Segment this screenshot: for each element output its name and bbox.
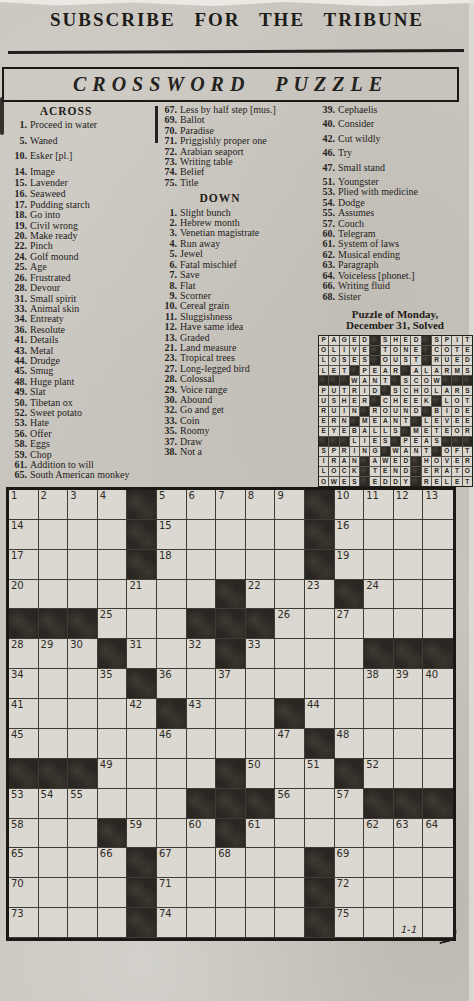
clue-text: Tropical trees	[180, 352, 235, 363]
solved-letter-cell: T	[340, 386, 349, 395]
grid-cell[interactable]	[364, 550, 394, 580]
grid-cell[interactable]: 10	[335, 490, 365, 520]
solved-letter-cell: O	[319, 477, 328, 486]
grid-cell[interactable]: 42	[127, 699, 157, 729]
grid-cell[interactable]	[216, 550, 246, 580]
grid-cell[interactable]: 9	[275, 490, 305, 520]
grid-cell[interactable]: 11	[364, 490, 394, 520]
grid-cell[interactable]	[335, 699, 365, 729]
grid-cell[interactable]	[127, 729, 157, 759]
cell-number: 74	[159, 908, 172, 920]
grid-cell[interactable]	[394, 848, 424, 878]
grid-cell[interactable]: 19	[335, 550, 365, 580]
grid-cell[interactable]	[364, 729, 394, 759]
grid-cell[interactable]	[39, 550, 69, 580]
cell-number: 14	[11, 520, 24, 532]
grid-cell[interactable]: 27	[335, 609, 365, 639]
clue-text: South American monkey	[30, 469, 129, 480]
grid-cell[interactable]: 71	[157, 878, 187, 908]
solved-letter-cell: E	[432, 477, 441, 486]
solved-letter-cell: S	[432, 437, 441, 446]
cell-number: 21	[129, 580, 142, 592]
clue-text: Paradise	[180, 125, 214, 136]
cell-number: 67	[159, 848, 172, 860]
black-cell	[275, 699, 305, 729]
grid-cell[interactable]: 47	[275, 729, 305, 759]
solved-letter-cell: R	[391, 366, 400, 375]
solved-letter-cell: O	[329, 356, 338, 365]
solved-letter-cell: S	[381, 437, 390, 446]
grid-cell[interactable]: 17	[9, 550, 39, 580]
grid-cell[interactable]	[68, 878, 98, 908]
solved-letter-cell: S	[329, 396, 338, 405]
grid-cell[interactable]: 1-1	[394, 908, 424, 938]
grid-cell[interactable]: 58	[9, 819, 39, 849]
solved-letter-cell: E	[370, 477, 379, 486]
cell-number: 3	[70, 490, 76, 502]
grid-cell[interactable]: 8	[246, 490, 276, 520]
grid-cell[interactable]: 24	[364, 580, 394, 610]
grid-cell[interactable]	[275, 848, 305, 878]
clue-item: 32.Go and get	[155, 405, 313, 415]
grid-cell[interactable]: 56	[275, 789, 305, 819]
clue-item: 67.Less by half step [mus.]	[155, 105, 313, 115]
grid-cell[interactable]	[216, 699, 246, 729]
grid-cell[interactable]: 40	[423, 669, 453, 699]
solved-letter-cell: C	[432, 346, 441, 355]
grid-cell[interactable]: 72	[335, 878, 365, 908]
grid-cell[interactable]	[364, 908, 394, 938]
grid-cell[interactable]	[187, 848, 217, 878]
cell-number: 23	[307, 580, 320, 592]
grid-cell[interactable]	[39, 669, 69, 699]
grid-cell[interactable]	[98, 520, 128, 550]
grid-cell[interactable]	[305, 639, 335, 669]
cell-number: 40	[425, 669, 438, 681]
grid-cell[interactable]	[275, 639, 305, 669]
cell-number: 58	[11, 819, 24, 831]
solved-letter-cell: B	[350, 427, 359, 436]
grid-cell[interactable]	[68, 699, 98, 729]
clue-text: Arabian seaport	[180, 146, 244, 157]
clue-item: 27.Long-legged bird	[155, 364, 313, 374]
solved-letter-cell: P	[442, 336, 451, 345]
grid-cell[interactable]: 14	[9, 520, 39, 550]
grid-cell[interactable]	[98, 729, 128, 759]
cell-number: 55	[70, 789, 83, 801]
solved-black-cell	[463, 376, 472, 385]
grid-cell[interactable]: 75	[335, 908, 365, 938]
solved-letter-cell: S	[463, 366, 472, 375]
clue-number: 7.	[155, 270, 177, 280]
solved-letter-cell: S	[319, 447, 328, 456]
solved-black-cell	[360, 477, 369, 486]
grid-cell[interactable]	[187, 520, 217, 550]
grid-cell[interactable]: 5	[157, 490, 187, 520]
solved-letter-cell: R	[463, 457, 472, 466]
solved-letter-cell: H	[391, 336, 400, 345]
grid-cell[interactable]: 53	[9, 789, 39, 819]
grid-cell[interactable]	[364, 520, 394, 550]
grid-cell[interactable]	[127, 759, 157, 789]
solved-letter-cell: H	[340, 396, 349, 405]
grid-cell[interactable]	[157, 609, 187, 639]
grid-cell[interactable]	[187, 669, 217, 699]
grid-cell[interactable]: 2	[39, 490, 69, 520]
cell-number: 27	[337, 609, 350, 621]
grid-cell[interactable]: 50	[246, 759, 276, 789]
grid-cell[interactable]: 48	[335, 729, 365, 759]
grid-cell[interactable]	[246, 878, 276, 908]
grid-cell[interactable]: 70	[9, 878, 39, 908]
grid-cell[interactable]	[98, 878, 128, 908]
solved-letter-cell: U	[442, 356, 451, 365]
solved-letter-cell: N	[401, 346, 410, 355]
grid-cell[interactable]	[394, 609, 424, 639]
grid-cell[interactable]	[246, 848, 276, 878]
grid-cell[interactable]: 4	[98, 490, 128, 520]
grid-cell[interactable]	[39, 908, 69, 938]
grid-cell[interactable]	[68, 580, 98, 610]
grid-cell[interactable]	[394, 699, 424, 729]
grid-cell[interactable]	[364, 609, 394, 639]
grid-cell[interactable]	[275, 908, 305, 938]
grid-cell[interactable]	[394, 580, 424, 610]
cell-number: 64	[425, 819, 438, 831]
solved-letter-cell: A	[360, 427, 369, 436]
solved-letter-cell: T	[422, 447, 431, 456]
grid-cell[interactable]: 13	[423, 490, 453, 520]
cell-number: 51	[307, 759, 320, 771]
grid-cell[interactable]	[98, 789, 128, 819]
solved-letter-cell: P	[401, 437, 410, 446]
grid-cell[interactable]: 32	[187, 639, 217, 669]
grid-cell[interactable]	[423, 699, 453, 729]
grid-cell[interactable]	[423, 550, 453, 580]
grid-cell[interactable]	[275, 819, 305, 849]
grid-cell[interactable]: 33	[246, 639, 276, 669]
grid-cell[interactable]	[39, 580, 69, 610]
clue-text: Writing table	[180, 156, 233, 167]
grid-cell[interactable]	[394, 520, 424, 550]
grid-cell[interactable]	[187, 759, 217, 789]
across-clue-list-cont: 67.Less by half step [mus.]69.Ballot70.P…	[155, 105, 313, 188]
solved-letter-cell: O	[319, 346, 328, 355]
clue-item: 33.Animal skin	[5, 304, 155, 314]
grid-cell[interactable]	[187, 580, 217, 610]
solved-letter-cell: E	[452, 477, 461, 486]
grid-cell[interactable]: 73	[9, 908, 39, 938]
grid-cell[interactable]: 35	[98, 669, 128, 699]
cell-number: 1	[11, 490, 17, 502]
grid-cell[interactable]: 38	[364, 669, 394, 699]
cell-number: 52	[366, 759, 379, 771]
masthead: SUBSCRIBE FOR THE TRIBUNE	[0, 9, 474, 31]
cell-number: 9	[277, 490, 283, 502]
cell-number: 37	[218, 669, 231, 681]
grid-cell[interactable]	[246, 550, 276, 580]
grid-cell[interactable]	[394, 550, 424, 580]
solved-letter-cell: N	[350, 457, 359, 466]
grid-cell[interactable]	[275, 580, 305, 610]
grid-cell[interactable]	[187, 908, 217, 938]
grid-cell[interactable]: 28	[9, 639, 39, 669]
solved-grid: PAGEDSHEDSPITOLIVETONECOTELOSESOUSTRUEDL…	[318, 335, 473, 487]
solved-letter-cell: E	[411, 346, 420, 355]
grid-cell[interactable]: 3	[68, 490, 98, 520]
grid-cell[interactable]	[394, 729, 424, 759]
grid-cell[interactable]	[68, 848, 98, 878]
grid-cell[interactable]: 49	[98, 759, 128, 789]
solved-black-cell	[411, 477, 420, 486]
grid-cell[interactable]	[394, 759, 424, 789]
grid-cell[interactable]	[187, 878, 217, 908]
grid-cell[interactable]	[216, 520, 246, 550]
grid-cell[interactable]	[39, 878, 69, 908]
grid-cell[interactable]	[39, 848, 69, 878]
grid-cell[interactable]	[98, 908, 128, 938]
grid-cell[interactable]	[246, 729, 276, 759]
grid-cell[interactable]: 46	[157, 729, 187, 759]
grid-cell[interactable]: 44	[305, 699, 335, 729]
grid-cell[interactable]: 1	[9, 490, 39, 520]
clue-number: 49.	[5, 387, 27, 397]
grid-cell[interactable]	[246, 699, 276, 729]
grid-cell[interactable]	[39, 729, 69, 759]
grid-cell[interactable]: 20	[9, 580, 39, 610]
grid-cell[interactable]	[98, 580, 128, 610]
solved-letter-cell: L	[319, 467, 328, 476]
grid-cell[interactable]	[364, 848, 394, 878]
clue-item: 17.Pudding starch	[5, 200, 155, 210]
grid-cell[interactable]: 61	[246, 819, 276, 849]
grid-cell[interactable]: 67	[157, 848, 187, 878]
grid-cell[interactable]	[68, 908, 98, 938]
grid-cell[interactable]: 30	[68, 639, 98, 669]
solved-letter-cell: S	[463, 386, 472, 395]
grid-cell[interactable]: 43	[187, 699, 217, 729]
grid-cell[interactable]: 64	[423, 819, 453, 849]
grid-cell[interactable]	[157, 759, 187, 789]
grid-cell[interactable]	[187, 729, 217, 759]
grid-cell[interactable]: 66	[98, 848, 128, 878]
crossword-title: CROSSWORD PUZZLE	[73, 73, 388, 96]
grid-cell[interactable]	[423, 848, 453, 878]
grid-cell[interactable]: 25	[98, 609, 128, 639]
clue-text: Couch	[338, 218, 364, 229]
solved-letter-cell: R	[432, 356, 441, 365]
grid-cell[interactable]: 26	[275, 609, 305, 639]
grid-cell[interactable]	[394, 878, 424, 908]
solved-letter-cell: M	[452, 366, 461, 375]
grid-cell[interactable]: 52	[364, 759, 394, 789]
grid-cell[interactable]: 6	[187, 490, 217, 520]
clue-item: 35.Roomy	[155, 426, 313, 436]
solved-black-cell	[391, 376, 400, 385]
solved-black-cell	[340, 376, 349, 385]
grid-cell[interactable]	[39, 699, 69, 729]
grid-cell[interactable]: 12	[394, 490, 424, 520]
clue-text: Try	[338, 147, 352, 158]
date-mark: 1-1	[394, 924, 423, 935]
solved-letter-cell: I	[319, 457, 328, 466]
grid-cell[interactable]: 16	[335, 520, 365, 550]
grid-cell[interactable]	[39, 819, 69, 849]
clue-text: Ballot	[180, 114, 204, 125]
grid-cell[interactable]: 34	[9, 669, 39, 699]
grid-cell[interactable]	[275, 520, 305, 550]
clues-column-3: 39.Cephaelis40.Consider42.Cut wildly46.T…	[313, 105, 471, 487]
solved-black-cell	[452, 437, 461, 446]
solved-letter-cell: E	[442, 427, 451, 436]
clue-item: 65.South American monkey	[5, 470, 155, 480]
grid-cell[interactable]	[305, 609, 335, 639]
grid-cell[interactable]	[216, 729, 246, 759]
solved-letter-cell: E	[411, 437, 420, 446]
grid-cell[interactable]	[68, 729, 98, 759]
grid-cell[interactable]	[305, 819, 335, 849]
grid-cell[interactable]: 29	[39, 639, 69, 669]
grid-cell[interactable]	[68, 819, 98, 849]
grid-cell[interactable]: 57	[335, 789, 365, 819]
clue-item: 41.Details	[5, 335, 155, 345]
grid-cell[interactable]	[216, 878, 246, 908]
grid-cell[interactable]: 65	[9, 848, 39, 878]
grid-cell[interactable]: 18	[157, 550, 187, 580]
solved-letter-cell: T	[370, 467, 379, 476]
grid-cell[interactable]: 74	[157, 908, 187, 938]
grid-cell[interactable]	[68, 520, 98, 550]
grid-cell[interactable]: 63	[394, 819, 424, 849]
grid-cell[interactable]	[39, 520, 69, 550]
clue-item: 6.Fatal mischief	[155, 260, 313, 270]
grid-cell[interactable]	[157, 639, 187, 669]
grid-cell[interactable]	[246, 908, 276, 938]
grid-cell[interactable]: 69	[335, 848, 365, 878]
solved-letter-cell: T	[463, 447, 472, 456]
black-cell	[68, 609, 98, 639]
grid-cell[interactable]	[246, 520, 276, 550]
grid-cell[interactable]	[305, 789, 335, 819]
solved-black-cell	[329, 437, 338, 446]
grid-cell[interactable]: 21	[127, 580, 157, 610]
grid-cell[interactable]: 51	[305, 759, 335, 789]
grid-cell[interactable]	[275, 669, 305, 699]
clue-item: 72.Arabian seaport	[155, 147, 313, 157]
grid-cell[interactable]: 36	[157, 669, 187, 699]
grid-cell[interactable]: 23	[305, 580, 335, 610]
clue-text: Belief	[180, 166, 204, 177]
solved-letter-cell: O	[463, 467, 472, 476]
cell-number: 46	[159, 729, 172, 741]
grid-cell[interactable]: 22	[246, 580, 276, 610]
clue-text: Voice range	[180, 384, 227, 395]
grid-cell[interactable]: 55	[68, 789, 98, 819]
solved-black-cell	[391, 437, 400, 446]
grid-cell[interactable]	[68, 550, 98, 580]
solved-letter-cell: D	[411, 336, 420, 345]
grid-cell[interactable]	[423, 759, 453, 789]
grid-cell[interactable]	[335, 639, 365, 669]
grid-cell[interactable]: 54	[39, 789, 69, 819]
grid-cell[interactable]: 31	[127, 639, 157, 669]
grid-cell[interactable]: 39	[394, 669, 424, 699]
solved-letter-cell: E	[319, 417, 328, 426]
grid-cell[interactable]	[335, 819, 365, 849]
grid-cell[interactable]	[423, 729, 453, 759]
grid-cell[interactable]	[98, 699, 128, 729]
clue-text: Waned	[30, 135, 58, 146]
black-cell	[364, 789, 394, 819]
black-cell	[98, 819, 128, 849]
grid-cell[interactable]	[187, 550, 217, 580]
grid-cell[interactable]: 45	[9, 729, 39, 759]
grid-cell[interactable]	[216, 908, 246, 938]
black-cell	[127, 908, 157, 938]
grid-cell[interactable]: 59	[127, 819, 157, 849]
grid-cell[interactable]	[423, 609, 453, 639]
grid-cell[interactable]	[423, 580, 453, 610]
grid-cell[interactable]	[246, 669, 276, 699]
grid-cell[interactable]	[275, 878, 305, 908]
grid-cell[interactable]	[364, 699, 394, 729]
grid-cell[interactable]: 62	[364, 819, 394, 849]
clue-item: 73.Writing table	[155, 157, 313, 167]
clue-item: 74.Belief	[155, 167, 313, 177]
grid-cell[interactable]	[335, 669, 365, 699]
solved-letter-cell: O	[422, 386, 431, 395]
cell-number: 32	[189, 639, 202, 651]
cell-number: 34	[11, 669, 24, 681]
grid-cell[interactable]	[423, 520, 453, 550]
solved-black-cell	[370, 346, 379, 355]
clue-text: Less by half step [mus.]	[180, 104, 276, 115]
grid-cell[interactable]	[127, 789, 157, 819]
grid-cell[interactable]	[275, 759, 305, 789]
cell-number: 4	[100, 490, 106, 502]
grid-cell[interactable]: 15	[157, 520, 187, 550]
grid-cell[interactable]	[98, 550, 128, 580]
clue-item: 68.Sister	[313, 292, 471, 302]
grid-cell[interactable]	[68, 669, 98, 699]
cell-number: 33	[248, 639, 261, 651]
clue-text: Animal skin	[30, 303, 79, 314]
grid-cell[interactable]: 37	[216, 669, 246, 699]
cell-number: 20	[11, 580, 24, 592]
clue-text: Details	[30, 334, 58, 345]
clue-text: Fatal mischief	[180, 259, 237, 270]
grid-cell[interactable]: 41	[9, 699, 39, 729]
solved-black-cell	[422, 336, 431, 345]
grid-cell[interactable]	[423, 878, 453, 908]
grid-cell[interactable]	[157, 789, 187, 819]
grid-cell[interactable]: 7	[216, 490, 246, 520]
grid-cell[interactable]: 60	[187, 819, 217, 849]
grid-cell[interactable]	[275, 550, 305, 580]
grid-cell[interactable]	[157, 580, 187, 610]
solved-letter-cell: P	[319, 386, 328, 395]
grid-cell[interactable]	[157, 819, 187, 849]
clue-text: Resolute	[30, 324, 65, 335]
grid-cell[interactable]: 68	[216, 848, 246, 878]
grid-cell[interactable]	[305, 669, 335, 699]
solved-letter-cell: O	[432, 457, 441, 466]
grid-cell[interactable]	[364, 878, 394, 908]
clue-text: Venetian magistrate	[180, 227, 259, 238]
across-heading: ACROSS	[5, 106, 127, 116]
solved-black-cell	[401, 366, 410, 375]
grid-cell[interactable]	[127, 609, 157, 639]
